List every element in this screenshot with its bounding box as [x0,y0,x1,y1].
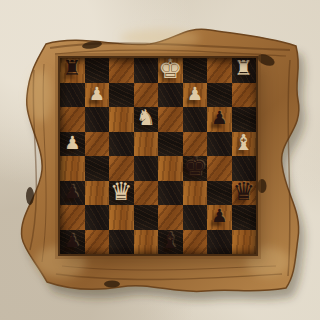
square-h1[interactable] [232,230,257,255]
square-d1[interactable] [134,230,159,255]
square-c7[interactable] [109,83,134,108]
piece-white-bishop-h5[interactable]: ♝ [234,131,254,153]
piece-black-bishop-e1[interactable]: ♝ [160,229,180,251]
square-b4[interactable] [85,156,110,181]
square-h6[interactable] [232,107,257,132]
square-h2[interactable] [232,205,257,230]
piece-black-king-f4[interactable]: ♚ [183,153,207,180]
chess-board-photo: ♜♚♜♟♟♞♟♟♝♚♟♛♛♟♟♝ [0,0,320,320]
piece-white-queen-c3[interactable]: ♛ [110,179,132,204]
square-e7[interactable] [158,83,183,108]
square-d8[interactable] [134,58,159,83]
square-g5[interactable] [207,132,232,157]
piece-black-queen-h3[interactable]: ♛ [233,179,255,204]
piece-black-pawn-g2[interactable]: ♟ [211,207,227,225]
square-e6[interactable] [158,107,183,132]
square-f8[interactable] [183,58,208,83]
piece-white-pawn-a5[interactable]: ♟ [64,134,80,152]
square-e3[interactable] [158,181,183,206]
square-g4[interactable] [207,156,232,181]
square-g7[interactable] [207,83,232,108]
square-a4[interactable] [60,156,85,181]
piece-white-king-e8[interactable]: ♚ [158,55,182,82]
square-c1[interactable] [109,230,134,255]
piece-black-rook-a8[interactable]: ♜ [63,58,82,79]
piece-black-pawn-a1[interactable]: ♟ [64,232,80,250]
square-e5[interactable] [158,132,183,157]
square-a2[interactable] [60,205,85,230]
square-d7[interactable] [134,83,159,108]
square-h7[interactable] [232,83,257,108]
square-b1[interactable] [85,230,110,255]
square-b6[interactable] [85,107,110,132]
square-b3[interactable] [85,181,110,206]
square-d2[interactable] [134,205,159,230]
piece-white-pawn-b7[interactable]: ♟ [89,85,105,103]
square-c8[interactable] [109,58,134,83]
square-c2[interactable] [109,205,134,230]
square-f3[interactable] [183,181,208,206]
piece-white-pawn-f7[interactable]: ♟ [187,85,203,103]
square-f1[interactable] [183,230,208,255]
square-b5[interactable] [85,132,110,157]
square-d4[interactable] [134,156,159,181]
piece-white-rook-h8[interactable]: ♜ [234,58,253,79]
square-e2[interactable] [158,205,183,230]
square-a7[interactable] [60,83,85,108]
square-g3[interactable] [207,181,232,206]
square-b2[interactable] [85,205,110,230]
square-e4[interactable] [158,156,183,181]
square-c6[interactable] [109,107,134,132]
square-a6[interactable] [60,107,85,132]
square-d3[interactable] [134,181,159,206]
piece-white-knight-d6[interactable]: ♞ [136,107,156,129]
square-b8[interactable] [85,58,110,83]
square-c5[interactable] [109,132,134,157]
square-g8[interactable] [207,58,232,83]
chessboard-grid: ♜♚♜♟♟♞♟♟♝♚♟♛♛♟♟♝ [60,58,256,254]
square-f6[interactable] [183,107,208,132]
piece-black-pawn-a3[interactable]: ♟ [64,183,80,201]
square-f2[interactable] [183,205,208,230]
square-g1[interactable] [207,230,232,255]
piece-black-pawn-g6[interactable]: ♟ [211,109,227,127]
square-d5[interactable] [134,132,159,157]
